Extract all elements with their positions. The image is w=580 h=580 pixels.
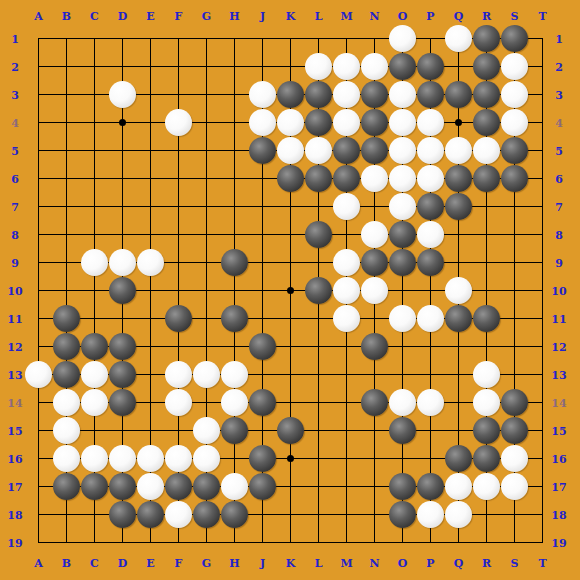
intersection-P5[interactable] <box>416 136 444 164</box>
intersection-N7[interactable] <box>360 192 388 220</box>
intersection-D16[interactable] <box>108 444 136 472</box>
intersection-E19[interactable] <box>136 528 164 556</box>
intersection-E2[interactable] <box>136 52 164 80</box>
intersection-L18[interactable] <box>304 500 332 528</box>
intersection-M11[interactable] <box>332 304 360 332</box>
intersection-E3[interactable] <box>136 80 164 108</box>
intersection-S1[interactable] <box>500 24 528 52</box>
intersection-Q18[interactable] <box>444 500 472 528</box>
intersection-H16[interactable] <box>220 444 248 472</box>
intersection-D18[interactable] <box>108 500 136 528</box>
intersection-O3[interactable] <box>388 80 416 108</box>
intersection-G16[interactable] <box>192 444 220 472</box>
intersection-J14[interactable] <box>248 388 276 416</box>
intersection-O18[interactable] <box>388 500 416 528</box>
intersection-G10[interactable] <box>192 276 220 304</box>
intersection-O16[interactable] <box>388 444 416 472</box>
intersection-E10[interactable] <box>136 276 164 304</box>
intersection-H17[interactable] <box>220 472 248 500</box>
intersection-P12[interactable] <box>416 332 444 360</box>
intersection-A6[interactable] <box>24 164 52 192</box>
intersection-L11[interactable] <box>304 304 332 332</box>
intersection-O13[interactable] <box>388 360 416 388</box>
intersection-P2[interactable] <box>416 52 444 80</box>
intersection-O4[interactable] <box>388 108 416 136</box>
intersection-C10[interactable] <box>80 276 108 304</box>
intersection-A1[interactable] <box>24 24 52 52</box>
intersection-K1[interactable] <box>276 24 304 52</box>
intersection-D19[interactable] <box>108 528 136 556</box>
intersection-L15[interactable] <box>304 416 332 444</box>
intersection-D4[interactable] <box>108 108 136 136</box>
intersection-O19[interactable] <box>388 528 416 556</box>
intersection-S13[interactable] <box>500 360 528 388</box>
intersection-B15[interactable] <box>52 416 80 444</box>
intersection-B10[interactable] <box>52 276 80 304</box>
intersection-A2[interactable] <box>24 52 52 80</box>
intersection-R9[interactable] <box>472 248 500 276</box>
intersection-G6[interactable] <box>192 164 220 192</box>
intersection-G17[interactable] <box>192 472 220 500</box>
intersection-B1[interactable] <box>52 24 80 52</box>
intersection-J18[interactable] <box>248 500 276 528</box>
intersection-R11[interactable] <box>472 304 500 332</box>
intersection-L12[interactable] <box>304 332 332 360</box>
intersection-H9[interactable] <box>220 248 248 276</box>
intersection-T6[interactable] <box>528 164 556 192</box>
intersection-E7[interactable] <box>136 192 164 220</box>
intersection-K17[interactable] <box>276 472 304 500</box>
intersection-T9[interactable] <box>528 248 556 276</box>
intersection-R8[interactable] <box>472 220 500 248</box>
intersection-N2[interactable] <box>360 52 388 80</box>
intersection-F3[interactable] <box>164 80 192 108</box>
intersection-O15[interactable] <box>388 416 416 444</box>
intersection-R6[interactable] <box>472 164 500 192</box>
intersection-H8[interactable] <box>220 220 248 248</box>
intersection-P10[interactable] <box>416 276 444 304</box>
intersection-S10[interactable] <box>500 276 528 304</box>
intersection-P18[interactable] <box>416 500 444 528</box>
intersection-S3[interactable] <box>500 80 528 108</box>
intersection-P4[interactable] <box>416 108 444 136</box>
intersection-L5[interactable] <box>304 136 332 164</box>
intersection-E15[interactable] <box>136 416 164 444</box>
intersection-E6[interactable] <box>136 164 164 192</box>
intersection-H15[interactable] <box>220 416 248 444</box>
intersection-G13[interactable] <box>192 360 220 388</box>
intersection-B2[interactable] <box>52 52 80 80</box>
intersection-P17[interactable] <box>416 472 444 500</box>
intersection-G19[interactable] <box>192 528 220 556</box>
intersection-A17[interactable] <box>24 472 52 500</box>
intersection-C13[interactable] <box>80 360 108 388</box>
intersection-N1[interactable] <box>360 24 388 52</box>
intersection-F19[interactable] <box>164 528 192 556</box>
intersection-M13[interactable] <box>332 360 360 388</box>
intersection-S8[interactable] <box>500 220 528 248</box>
intersection-N3[interactable] <box>360 80 388 108</box>
intersection-Q1[interactable] <box>444 24 472 52</box>
intersection-N10[interactable] <box>360 276 388 304</box>
intersection-P15[interactable] <box>416 416 444 444</box>
intersection-T1[interactable] <box>528 24 556 52</box>
intersection-O9[interactable] <box>388 248 416 276</box>
intersection-K3[interactable] <box>276 80 304 108</box>
intersection-Q8[interactable] <box>444 220 472 248</box>
intersection-P8[interactable] <box>416 220 444 248</box>
intersection-S14[interactable] <box>500 388 528 416</box>
intersection-R7[interactable] <box>472 192 500 220</box>
intersection-G7[interactable] <box>192 192 220 220</box>
intersection-F12[interactable] <box>164 332 192 360</box>
intersection-N4[interactable] <box>360 108 388 136</box>
intersection-N12[interactable] <box>360 332 388 360</box>
intersection-G14[interactable] <box>192 388 220 416</box>
intersection-R19[interactable] <box>472 528 500 556</box>
intersection-M10[interactable] <box>332 276 360 304</box>
intersection-H11[interactable] <box>220 304 248 332</box>
intersection-J19[interactable] <box>248 528 276 556</box>
intersection-D15[interactable] <box>108 416 136 444</box>
intersection-K8[interactable] <box>276 220 304 248</box>
intersection-E17[interactable] <box>136 472 164 500</box>
intersection-S16[interactable] <box>500 444 528 472</box>
intersection-A18[interactable] <box>24 500 52 528</box>
intersection-A10[interactable] <box>24 276 52 304</box>
intersection-A3[interactable] <box>24 80 52 108</box>
intersection-O2[interactable] <box>388 52 416 80</box>
intersection-N15[interactable] <box>360 416 388 444</box>
intersection-S2[interactable] <box>500 52 528 80</box>
intersection-J11[interactable] <box>248 304 276 332</box>
intersection-F17[interactable] <box>164 472 192 500</box>
intersection-B9[interactable] <box>52 248 80 276</box>
intersection-A4[interactable] <box>24 108 52 136</box>
intersection-J15[interactable] <box>248 416 276 444</box>
intersection-C6[interactable] <box>80 164 108 192</box>
intersection-A8[interactable] <box>24 220 52 248</box>
intersection-E8[interactable] <box>136 220 164 248</box>
intersection-B3[interactable] <box>52 80 80 108</box>
intersection-G15[interactable] <box>192 416 220 444</box>
intersection-G11[interactable] <box>192 304 220 332</box>
intersection-Q12[interactable] <box>444 332 472 360</box>
intersection-D2[interactable] <box>108 52 136 80</box>
intersection-T3[interactable] <box>528 80 556 108</box>
intersection-G4[interactable] <box>192 108 220 136</box>
intersection-S17[interactable] <box>500 472 528 500</box>
intersection-G12[interactable] <box>192 332 220 360</box>
intersection-H4[interactable] <box>220 108 248 136</box>
intersection-T8[interactable] <box>528 220 556 248</box>
intersection-M7[interactable] <box>332 192 360 220</box>
intersection-F13[interactable] <box>164 360 192 388</box>
intersection-J12[interactable] <box>248 332 276 360</box>
intersection-C5[interactable] <box>80 136 108 164</box>
intersection-Q4[interactable] <box>444 108 472 136</box>
intersection-H18[interactable] <box>220 500 248 528</box>
intersection-E13[interactable] <box>136 360 164 388</box>
intersection-A5[interactable] <box>24 136 52 164</box>
intersection-L7[interactable] <box>304 192 332 220</box>
intersection-D10[interactable] <box>108 276 136 304</box>
intersection-F7[interactable] <box>164 192 192 220</box>
intersection-H6[interactable] <box>220 164 248 192</box>
intersection-F6[interactable] <box>164 164 192 192</box>
intersection-M6[interactable] <box>332 164 360 192</box>
intersection-K10[interactable] <box>276 276 304 304</box>
intersection-F11[interactable] <box>164 304 192 332</box>
intersection-O10[interactable] <box>388 276 416 304</box>
intersection-R18[interactable] <box>472 500 500 528</box>
intersection-C14[interactable] <box>80 388 108 416</box>
intersection-E14[interactable] <box>136 388 164 416</box>
intersection-A15[interactable] <box>24 416 52 444</box>
intersection-E12[interactable] <box>136 332 164 360</box>
intersection-L10[interactable] <box>304 276 332 304</box>
intersection-J4[interactable] <box>248 108 276 136</box>
intersection-Q2[interactable] <box>444 52 472 80</box>
intersection-G2[interactable] <box>192 52 220 80</box>
intersection-M19[interactable] <box>332 528 360 556</box>
intersection-Q3[interactable] <box>444 80 472 108</box>
intersection-E16[interactable] <box>136 444 164 472</box>
intersection-H1[interactable] <box>220 24 248 52</box>
intersection-M2[interactable] <box>332 52 360 80</box>
intersection-P6[interactable] <box>416 164 444 192</box>
intersection-N14[interactable] <box>360 388 388 416</box>
intersection-K11[interactable] <box>276 304 304 332</box>
intersection-K7[interactable] <box>276 192 304 220</box>
intersection-J6[interactable] <box>248 164 276 192</box>
intersection-A12[interactable] <box>24 332 52 360</box>
intersection-C4[interactable] <box>80 108 108 136</box>
intersection-K15[interactable] <box>276 416 304 444</box>
intersection-K5[interactable] <box>276 136 304 164</box>
intersection-E9[interactable] <box>136 248 164 276</box>
intersection-M5[interactable] <box>332 136 360 164</box>
intersection-R2[interactable] <box>472 52 500 80</box>
intersection-L1[interactable] <box>304 24 332 52</box>
intersection-T2[interactable] <box>528 52 556 80</box>
intersection-P9[interactable] <box>416 248 444 276</box>
intersection-B17[interactable] <box>52 472 80 500</box>
intersection-J16[interactable] <box>248 444 276 472</box>
intersection-R1[interactable] <box>472 24 500 52</box>
intersection-L13[interactable] <box>304 360 332 388</box>
intersection-K19[interactable] <box>276 528 304 556</box>
intersection-J3[interactable] <box>248 80 276 108</box>
intersection-S9[interactable] <box>500 248 528 276</box>
intersection-F14[interactable] <box>164 388 192 416</box>
intersection-J5[interactable] <box>248 136 276 164</box>
intersection-P7[interactable] <box>416 192 444 220</box>
intersection-M9[interactable] <box>332 248 360 276</box>
intersection-G18[interactable] <box>192 500 220 528</box>
intersection-K2[interactable] <box>276 52 304 80</box>
intersection-F1[interactable] <box>164 24 192 52</box>
intersection-C9[interactable] <box>80 248 108 276</box>
intersection-K14[interactable] <box>276 388 304 416</box>
intersection-O17[interactable] <box>388 472 416 500</box>
intersection-R15[interactable] <box>472 416 500 444</box>
intersection-D9[interactable] <box>108 248 136 276</box>
intersection-F10[interactable] <box>164 276 192 304</box>
intersection-P1[interactable] <box>416 24 444 52</box>
intersection-B6[interactable] <box>52 164 80 192</box>
intersection-S4[interactable] <box>500 108 528 136</box>
intersection-C1[interactable] <box>80 24 108 52</box>
intersection-B5[interactable] <box>52 136 80 164</box>
intersection-D6[interactable] <box>108 164 136 192</box>
intersection-Q15[interactable] <box>444 416 472 444</box>
intersection-O14[interactable] <box>388 388 416 416</box>
intersection-C17[interactable] <box>80 472 108 500</box>
intersection-N9[interactable] <box>360 248 388 276</box>
intersection-C12[interactable] <box>80 332 108 360</box>
intersection-S15[interactable] <box>500 416 528 444</box>
intersection-O7[interactable] <box>388 192 416 220</box>
intersection-F4[interactable] <box>164 108 192 136</box>
intersection-B13[interactable] <box>52 360 80 388</box>
intersection-F16[interactable] <box>164 444 192 472</box>
intersection-B18[interactable] <box>52 500 80 528</box>
intersection-R17[interactable] <box>472 472 500 500</box>
intersection-J9[interactable] <box>248 248 276 276</box>
intersection-Q7[interactable] <box>444 192 472 220</box>
intersection-B7[interactable] <box>52 192 80 220</box>
intersection-D17[interactable] <box>108 472 136 500</box>
intersection-D7[interactable] <box>108 192 136 220</box>
intersection-J17[interactable] <box>248 472 276 500</box>
intersection-R14[interactable] <box>472 388 500 416</box>
intersection-K6[interactable] <box>276 164 304 192</box>
intersection-Q5[interactable] <box>444 136 472 164</box>
intersection-N8[interactable] <box>360 220 388 248</box>
intersection-C16[interactable] <box>80 444 108 472</box>
intersection-E4[interactable] <box>136 108 164 136</box>
intersection-D8[interactable] <box>108 220 136 248</box>
intersection-Q14[interactable] <box>444 388 472 416</box>
intersection-L16[interactable] <box>304 444 332 472</box>
intersection-N18[interactable] <box>360 500 388 528</box>
intersection-J7[interactable] <box>248 192 276 220</box>
intersection-K12[interactable] <box>276 332 304 360</box>
intersection-M17[interactable] <box>332 472 360 500</box>
intersection-M8[interactable] <box>332 220 360 248</box>
intersection-B8[interactable] <box>52 220 80 248</box>
intersection-P16[interactable] <box>416 444 444 472</box>
intersection-N13[interactable] <box>360 360 388 388</box>
intersection-B14[interactable] <box>52 388 80 416</box>
intersection-S7[interactable] <box>500 192 528 220</box>
intersection-P13[interactable] <box>416 360 444 388</box>
intersection-M16[interactable] <box>332 444 360 472</box>
intersection-Q6[interactable] <box>444 164 472 192</box>
intersection-J10[interactable] <box>248 276 276 304</box>
intersection-R5[interactable] <box>472 136 500 164</box>
intersection-B4[interactable] <box>52 108 80 136</box>
intersection-J13[interactable] <box>248 360 276 388</box>
intersection-E18[interactable] <box>136 500 164 528</box>
intersection-M4[interactable] <box>332 108 360 136</box>
intersection-O8[interactable] <box>388 220 416 248</box>
intersection-R12[interactable] <box>472 332 500 360</box>
intersection-R3[interactable] <box>472 80 500 108</box>
intersection-L8[interactable] <box>304 220 332 248</box>
intersection-T5[interactable] <box>528 136 556 164</box>
intersection-Q9[interactable] <box>444 248 472 276</box>
intersection-E5[interactable] <box>136 136 164 164</box>
intersection-C2[interactable] <box>80 52 108 80</box>
intersection-J8[interactable] <box>248 220 276 248</box>
intersection-J1[interactable] <box>248 24 276 52</box>
intersection-F18[interactable] <box>164 500 192 528</box>
intersection-S5[interactable] <box>500 136 528 164</box>
intersection-H12[interactable] <box>220 332 248 360</box>
intersection-R4[interactable] <box>472 108 500 136</box>
intersection-J2[interactable] <box>248 52 276 80</box>
intersection-H10[interactable] <box>220 276 248 304</box>
intersection-D1[interactable] <box>108 24 136 52</box>
intersection-A13[interactable] <box>24 360 52 388</box>
intersection-L4[interactable] <box>304 108 332 136</box>
intersection-C7[interactable] <box>80 192 108 220</box>
intersection-C3[interactable] <box>80 80 108 108</box>
intersection-M1[interactable] <box>332 24 360 52</box>
intersection-N19[interactable] <box>360 528 388 556</box>
intersection-D12[interactable] <box>108 332 136 360</box>
intersection-O6[interactable] <box>388 164 416 192</box>
intersection-L9[interactable] <box>304 248 332 276</box>
intersection-S12[interactable] <box>500 332 528 360</box>
intersection-F9[interactable] <box>164 248 192 276</box>
intersection-Q10[interactable] <box>444 276 472 304</box>
intersection-Q11[interactable] <box>444 304 472 332</box>
intersection-O1[interactable] <box>388 24 416 52</box>
intersection-D14[interactable] <box>108 388 136 416</box>
intersection-H7[interactable] <box>220 192 248 220</box>
intersection-B16[interactable] <box>52 444 80 472</box>
intersection-E11[interactable] <box>136 304 164 332</box>
intersection-E1[interactable] <box>136 24 164 52</box>
intersection-G3[interactable] <box>192 80 220 108</box>
intersection-C15[interactable] <box>80 416 108 444</box>
intersection-B19[interactable] <box>52 528 80 556</box>
intersection-L17[interactable] <box>304 472 332 500</box>
intersection-G1[interactable] <box>192 24 220 52</box>
intersection-S18[interactable] <box>500 500 528 528</box>
intersection-O11[interactable] <box>388 304 416 332</box>
intersection-L6[interactable] <box>304 164 332 192</box>
intersection-F8[interactable] <box>164 220 192 248</box>
intersection-R13[interactable] <box>472 360 500 388</box>
intersection-L2[interactable] <box>304 52 332 80</box>
intersection-B12[interactable] <box>52 332 80 360</box>
intersection-L19[interactable] <box>304 528 332 556</box>
intersection-Q17[interactable] <box>444 472 472 500</box>
intersection-K9[interactable] <box>276 248 304 276</box>
intersection-O12[interactable] <box>388 332 416 360</box>
intersection-M3[interactable] <box>332 80 360 108</box>
intersection-A19[interactable] <box>24 528 52 556</box>
intersection-P19[interactable] <box>416 528 444 556</box>
intersection-M12[interactable] <box>332 332 360 360</box>
intersection-N6[interactable] <box>360 164 388 192</box>
intersection-O5[interactable] <box>388 136 416 164</box>
intersection-A14[interactable] <box>24 388 52 416</box>
